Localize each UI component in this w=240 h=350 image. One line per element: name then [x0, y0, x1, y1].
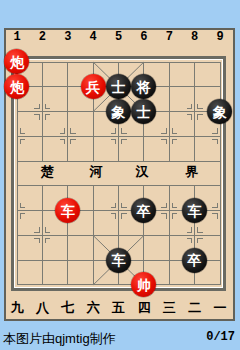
piece-red-cannon[interactable]: 炮: [4, 49, 29, 74]
river-label: 界: [186, 163, 199, 181]
top-file-label: 3: [64, 30, 71, 44]
river-label: 河: [90, 163, 103, 181]
piece-black-elephant[interactable]: 象: [207, 99, 232, 124]
bottom-file-label: 三: [163, 299, 176, 317]
piece-black-elephant[interactable]: 象: [106, 99, 131, 124]
piece-red-soldier[interactable]: 兵: [81, 74, 106, 99]
bottom-file-label: 七: [61, 299, 74, 317]
piece-black-general[interactable]: 将: [131, 74, 156, 99]
piece-red-cannon[interactable]: 炮: [4, 74, 29, 99]
piece-black-soldier[interactable]: 卒: [131, 198, 156, 223]
bottom-file-label: 五: [112, 299, 125, 317]
piece-red-chariot[interactable]: 车: [55, 198, 80, 223]
top-file-label: 2: [39, 30, 46, 44]
piece-red-general[interactable]: 帅: [131, 272, 156, 297]
puzzle-counter: 0/17: [206, 330, 235, 344]
top-file-label: 4: [90, 30, 97, 44]
bottom-file-label: 八: [36, 299, 49, 317]
credit-text: 本图片由qjmtig制作: [3, 330, 116, 348]
top-file-label: 6: [140, 30, 147, 44]
piece-black-advisor[interactable]: 士: [131, 99, 156, 124]
top-file-label: 5: [115, 30, 122, 44]
top-file-label: 9: [216, 30, 223, 44]
bottom-file-label: 二: [188, 299, 201, 317]
app: { "game": "xiangqi", "position": { "fen"…: [0, 0, 240, 350]
bottom-file-label: 一: [214, 299, 227, 317]
bottom-file-label: 六: [87, 299, 100, 317]
bottom-file-label: 四: [137, 299, 150, 317]
piece-black-chariot[interactable]: 车: [182, 198, 207, 223]
top-file-label: 7: [166, 30, 173, 44]
piece-black-chariot[interactable]: 车: [106, 248, 131, 273]
piece-black-advisor[interactable]: 士: [106, 74, 131, 99]
top-file-label: 8: [191, 30, 198, 44]
river-label: 汉: [136, 163, 149, 181]
river-label: 楚: [41, 163, 54, 181]
bottom-file-label: 九: [11, 299, 24, 317]
piece-black-soldier[interactable]: 卒: [182, 248, 207, 273]
top-file-label: 1: [13, 30, 20, 44]
